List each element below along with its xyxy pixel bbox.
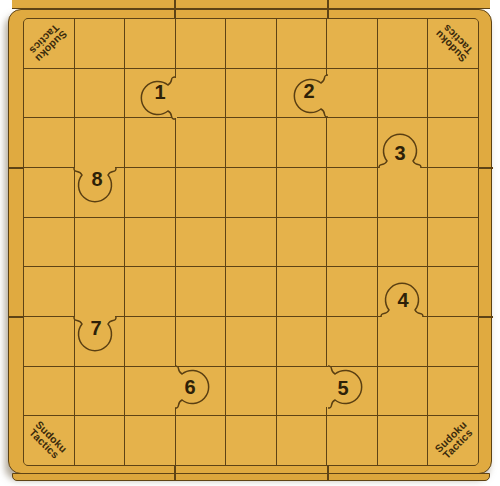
cell-r6c7[interactable] [327,267,377,316]
cell-r1c2[interactable] [75,19,125,68]
piece-tab-number-7[interactable]: 7 [90,318,101,338]
cell-r9c8[interactable] [378,416,428,465]
board-side-edge-bottom [12,473,490,481]
piece-tab-number-1[interactable]: 1 [154,82,165,102]
cell-r7c1[interactable] [24,317,74,366]
cell-r4c8[interactable] [378,168,428,217]
piece-cut-line [327,0,329,8]
piece-tab-number-5[interactable]: 5 [337,378,348,398]
cell-r5c7[interactable] [327,218,377,267]
cell-r7c7[interactable] [327,317,377,366]
cell-r1c6[interactable] [277,19,327,68]
cell-r9c4[interactable] [176,416,226,465]
cell-r9c7[interactable] [327,416,377,465]
cell-r4c4[interactable] [176,168,226,217]
cell-r7c9[interactable] [428,317,478,366]
cell-r6c3[interactable] [125,267,175,316]
cell-r2c7[interactable] [327,69,377,118]
cell-r4c9[interactable] [428,168,478,217]
cell-r9c6[interactable] [277,416,327,465]
cell-r3c2[interactable] [75,118,125,167]
cell-r8c9[interactable] [428,367,478,416]
piece-tab-number-2[interactable]: 2 [303,81,314,101]
piece-cut-line [327,474,329,480]
cell-r6c5[interactable] [226,267,276,316]
cell-r5c4[interactable] [176,218,226,267]
piece-tab-number-4[interactable]: 4 [397,290,408,310]
cell-r3c6[interactable] [277,118,327,167]
piece-cut-line [174,474,176,480]
cell-r5c1[interactable] [24,218,74,267]
adjacent-board-edge-top [12,0,490,9]
cell-r9c2[interactable] [75,416,125,465]
piece-cut-line [479,316,494,318]
cell-r4c3[interactable] [125,168,175,217]
cell-r2c9[interactable] [428,69,478,118]
cell-r1c3[interactable] [125,19,175,68]
cell-r3c5[interactable] [226,118,276,167]
cell-r5c9[interactable] [428,218,478,267]
cell-r8c6[interactable] [277,367,327,416]
cell-r2c4[interactable] [176,69,226,118]
cell-r3c9[interactable] [428,118,478,167]
cell-r2c1[interactable] [24,69,74,118]
piece-cut-line [174,10,176,19]
cell-r9c5[interactable] [226,416,276,465]
cell-r8c1[interactable] [24,367,74,416]
cell-r6c4[interactable] [176,267,226,316]
piece-cut-line [174,0,176,8]
cell-r3c4[interactable] [176,118,226,167]
cell-r2c3[interactable] [125,69,175,118]
cell-r4c1[interactable] [24,168,74,217]
piece-cut-line [327,10,329,19]
cell-r1c8[interactable] [378,19,428,68]
cell-r3c3[interactable] [125,118,175,167]
piece-tab-number-3[interactable]: 3 [394,143,405,163]
cell-r3c7[interactable] [327,118,377,167]
cell-r7c8[interactable] [378,317,428,366]
cell-r4c5[interactable] [226,168,276,217]
piece-cut-line [9,316,24,318]
cell-r6c1[interactable] [24,267,74,316]
cell-r5c6[interactable] [277,218,327,267]
cell-r8c4[interactable] [176,367,226,416]
cell-r9c3[interactable] [125,416,175,465]
cell-r5c5[interactable] [226,218,276,267]
piece-tab-number-6[interactable]: 6 [184,377,195,397]
cell-r5c3[interactable] [125,218,175,267]
cell-r2c5[interactable] [226,69,276,118]
cell-r2c2[interactable] [75,69,125,118]
cell-r4c7[interactable] [327,168,377,217]
cell-r3c1[interactable] [24,118,74,167]
cell-r4c6[interactable] [277,168,327,217]
cell-r1c5[interactable] [226,19,276,68]
cell-r2c6[interactable] [277,69,327,118]
cell-r6c6[interactable] [277,267,327,316]
cell-r7c3[interactable] [125,317,175,366]
cell-r6c2[interactable] [75,267,125,316]
cell-r8c2[interactable] [75,367,125,416]
cell-r1c7[interactable] [327,19,377,68]
cell-r8c5[interactable] [226,367,276,416]
cell-r7c6[interactable] [277,317,327,366]
sudoku-grid [23,18,479,466]
piece-cut-line [9,167,24,169]
board-photo: 1 2 3 4 5 6 7 8 Sudoku Tactics Sudoku Ta… [0,0,500,486]
cell-r8c3[interactable] [125,367,175,416]
cell-r8c8[interactable] [378,367,428,416]
cell-r5c2[interactable] [75,218,125,267]
cell-r6c9[interactable] [428,267,478,316]
cell-r7c5[interactable] [226,317,276,366]
cell-r5c8[interactable] [378,218,428,267]
cell-r8c7[interactable] [327,367,377,416]
piece-tab-number-8[interactable]: 8 [91,169,102,189]
cell-r2c8[interactable] [378,69,428,118]
cell-r7c4[interactable] [176,317,226,366]
sudoku-board: 1 2 3 4 5 6 7 8 Sudoku Tactics Sudoku Ta… [8,9,492,474]
piece-cut-line [479,167,494,169]
cell-r1c4[interactable] [176,19,226,68]
